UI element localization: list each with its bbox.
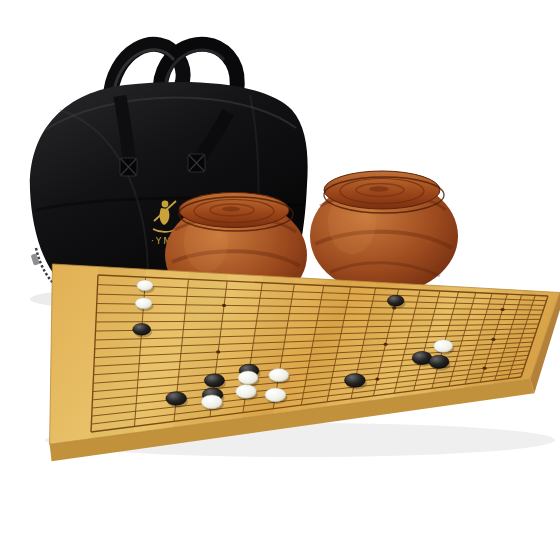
- hoshi-point: [482, 367, 486, 370]
- go-stone-white: [236, 385, 257, 399]
- hoshi-point: [383, 343, 387, 346]
- go-stone-white: [269, 368, 289, 381]
- go-stone-black: [204, 374, 224, 387]
- go-stone-black: [387, 295, 404, 306]
- hoshi-point: [216, 350, 220, 353]
- go-stone-white: [434, 340, 453, 353]
- go-stone-black: [429, 355, 449, 368]
- go-stone-black: [166, 392, 187, 406]
- product-photo-scene: ·YM: [0, 0, 560, 560]
- hoshi-point: [375, 377, 379, 380]
- go-stone-white: [265, 388, 286, 402]
- hoshi-point: [491, 338, 495, 341]
- go-stone-black: [133, 323, 151, 335]
- go-stone-white: [137, 280, 153, 291]
- go-stone-white: [201, 395, 222, 409]
- hoshi-point: [501, 308, 505, 311]
- hoshi-point: [222, 304, 226, 307]
- go-stone-black: [345, 374, 366, 388]
- go-stone-white: [135, 298, 152, 309]
- go-stone-white: [238, 371, 258, 384]
- stone-bowl-right: [310, 171, 458, 294]
